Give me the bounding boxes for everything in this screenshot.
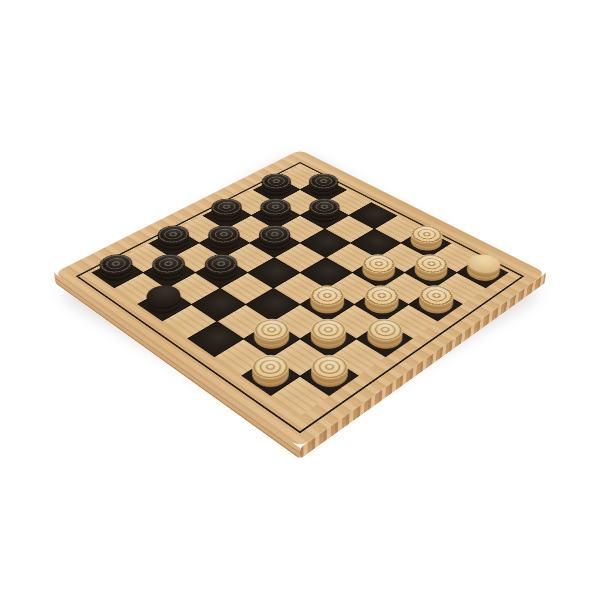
product-photo-stage bbox=[0, 0, 600, 600]
natural-checker-r3c6[interactable] bbox=[355, 289, 408, 321]
checkers-board bbox=[54, 150, 546, 448]
natural-checker-r4c5[interactable] bbox=[301, 289, 354, 321]
